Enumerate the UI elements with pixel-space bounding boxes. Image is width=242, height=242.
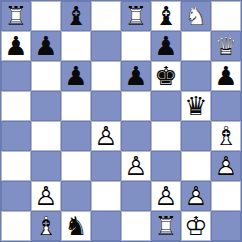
piece-white-bishop: ♝♗ bbox=[214, 123, 237, 149]
piece-white-pawn: ♟♙ bbox=[34, 183, 57, 209]
square-f8[interactable]: ♝ bbox=[151, 1, 181, 31]
square-f5[interactable] bbox=[151, 91, 181, 121]
square-h8[interactable] bbox=[211, 1, 241, 31]
square-g4[interactable] bbox=[181, 121, 211, 151]
square-h3[interactable]: ♟♙ bbox=[211, 151, 241, 181]
square-f4[interactable] bbox=[151, 121, 181, 151]
square-a7[interactable]: ♟ bbox=[1, 31, 31, 61]
square-f7[interactable]: ♟ bbox=[151, 31, 181, 61]
piece-white-bishop: ♝♗ bbox=[34, 213, 57, 239]
square-b1[interactable]: ♝♗ bbox=[31, 211, 61, 241]
square-c5[interactable] bbox=[61, 91, 91, 121]
piece-black-queen: ♛ bbox=[184, 93, 207, 119]
square-b5[interactable] bbox=[31, 91, 61, 121]
square-g2[interactable]: ♟♙ bbox=[181, 181, 211, 211]
square-b7[interactable]: ♟ bbox=[31, 31, 61, 61]
piece-black-pawn: ♟ bbox=[214, 63, 237, 89]
piece-black-king: ♚ bbox=[154, 63, 177, 89]
square-a8[interactable]: ♜♖ bbox=[1, 1, 31, 31]
square-e6[interactable]: ♟ bbox=[121, 61, 151, 91]
square-d4[interactable]: ♟♙ bbox=[91, 121, 121, 151]
piece-white-pawn: ♟♙ bbox=[94, 123, 117, 149]
square-e2[interactable] bbox=[121, 181, 151, 211]
piece-black-pawn: ♟ bbox=[124, 63, 147, 89]
piece-black-pawn: ♟ bbox=[34, 33, 57, 59]
square-h4[interactable]: ♝♗ bbox=[211, 121, 241, 151]
square-e7[interactable] bbox=[121, 31, 151, 61]
piece-white-pawn: ♟♙ bbox=[124, 153, 147, 179]
piece-white-rook: ♜♖ bbox=[154, 213, 177, 239]
square-c7[interactable] bbox=[61, 31, 91, 61]
piece-white-rook: ♜♖ bbox=[124, 3, 147, 29]
piece-black-pawn: ♟ bbox=[154, 33, 177, 59]
square-c1[interactable]: ♞ bbox=[61, 211, 91, 241]
square-f2[interactable]: ♟♙ bbox=[151, 181, 181, 211]
piece-black-pawn: ♟ bbox=[4, 33, 27, 59]
square-h7[interactable]: ♛♕ bbox=[211, 31, 241, 61]
square-b6[interactable] bbox=[31, 61, 61, 91]
square-a2[interactable] bbox=[1, 181, 31, 211]
chess-board: ♜♖♝♜♖♝♞♘♟♟♟♛♕♟♟♚♟♛♟♙♝♗♟♙♟♙♟♙♟♙♟♙♝♗♞♜♖♚♔ bbox=[0, 0, 242, 242]
square-b2[interactable]: ♟♙ bbox=[31, 181, 61, 211]
square-d8[interactable] bbox=[91, 1, 121, 31]
square-d7[interactable] bbox=[91, 31, 121, 61]
square-e3[interactable]: ♟♙ bbox=[121, 151, 151, 181]
square-e4[interactable] bbox=[121, 121, 151, 151]
square-g3[interactable] bbox=[181, 151, 211, 181]
piece-white-rook: ♜♖ bbox=[4, 3, 27, 29]
piece-white-pawn: ♟♙ bbox=[154, 183, 177, 209]
square-c2[interactable] bbox=[61, 181, 91, 211]
square-h2[interactable] bbox=[211, 181, 241, 211]
square-a4[interactable] bbox=[1, 121, 31, 151]
square-a3[interactable] bbox=[1, 151, 31, 181]
square-b4[interactable] bbox=[31, 121, 61, 151]
piece-black-bishop: ♝ bbox=[154, 3, 177, 29]
piece-white-king: ♚♔ bbox=[184, 213, 207, 239]
square-g5[interactable]: ♛ bbox=[181, 91, 211, 121]
piece-black-pawn: ♟ bbox=[64, 63, 87, 89]
square-d3[interactable] bbox=[91, 151, 121, 181]
square-a5[interactable] bbox=[1, 91, 31, 121]
square-c6[interactable]: ♟ bbox=[61, 61, 91, 91]
piece-black-knight: ♞ bbox=[64, 213, 87, 239]
square-b3[interactable] bbox=[31, 151, 61, 181]
square-d2[interactable] bbox=[91, 181, 121, 211]
square-h5[interactable] bbox=[211, 91, 241, 121]
square-f3[interactable] bbox=[151, 151, 181, 181]
square-d6[interactable] bbox=[91, 61, 121, 91]
square-e5[interactable] bbox=[121, 91, 151, 121]
square-e1[interactable] bbox=[121, 211, 151, 241]
square-d1[interactable] bbox=[91, 211, 121, 241]
square-f6[interactable]: ♚ bbox=[151, 61, 181, 91]
square-b8[interactable] bbox=[31, 1, 61, 31]
piece-black-bishop: ♝ bbox=[64, 3, 87, 29]
square-a6[interactable] bbox=[1, 61, 31, 91]
square-f1[interactable]: ♜♖ bbox=[151, 211, 181, 241]
piece-white-knight: ♞♘ bbox=[184, 3, 207, 29]
square-c8[interactable]: ♝ bbox=[61, 1, 91, 31]
square-a1[interactable] bbox=[1, 211, 31, 241]
square-g8[interactable]: ♞♘ bbox=[181, 1, 211, 31]
piece-white-queen: ♛♕ bbox=[214, 33, 237, 59]
square-g7[interactable] bbox=[181, 31, 211, 61]
piece-white-pawn: ♟♙ bbox=[184, 183, 207, 209]
square-h1[interactable] bbox=[211, 211, 241, 241]
square-h6[interactable]: ♟ bbox=[211, 61, 241, 91]
square-e8[interactable]: ♜♖ bbox=[121, 1, 151, 31]
square-c4[interactable] bbox=[61, 121, 91, 151]
square-g6[interactable] bbox=[181, 61, 211, 91]
piece-white-pawn: ♟♙ bbox=[214, 153, 237, 179]
square-c3[interactable] bbox=[61, 151, 91, 181]
square-g1[interactable]: ♚♔ bbox=[181, 211, 211, 241]
square-d5[interactable] bbox=[91, 91, 121, 121]
